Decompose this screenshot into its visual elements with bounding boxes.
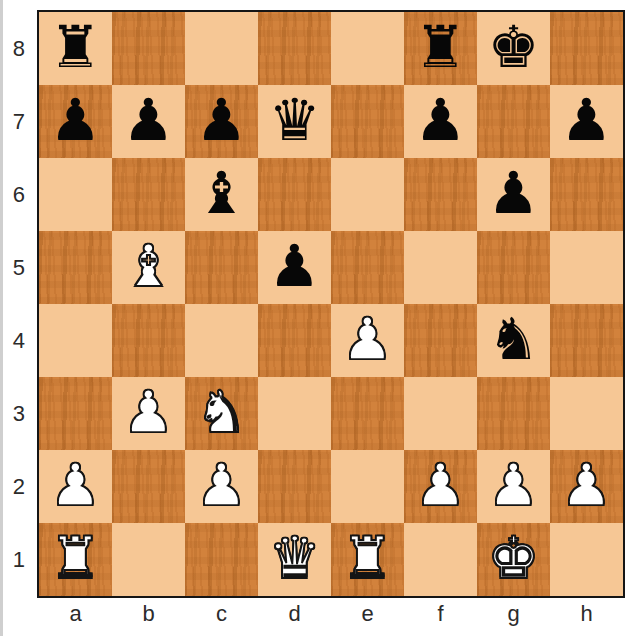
chess-board: ♜♜♚♟♟♟♛♟♟♝♟♝♟♟♞♟♞♟♟♟♟♟♜♛♜♚ — [37, 10, 625, 598]
square-c1[interactable] — [185, 523, 258, 596]
square-b7[interactable]: ♟ — [112, 85, 185, 158]
square-d5[interactable]: ♟ — [258, 231, 331, 304]
square-a3[interactable] — [39, 377, 112, 450]
square-b3[interactable]: ♟ — [112, 377, 185, 450]
piece-black-pawn[interactable]: ♟ — [196, 91, 248, 149]
square-b1[interactable] — [112, 523, 185, 596]
piece-white-pawn[interactable]: ♟ — [342, 310, 394, 368]
rank-label-1: 1 — [0, 523, 34, 596]
square-f6[interactable] — [404, 158, 477, 231]
piece-black-pawn[interactable]: ♟ — [123, 91, 175, 149]
piece-black-pawn[interactable]: ♟ — [50, 91, 102, 149]
file-label-e: e — [331, 601, 404, 633]
piece-white-pawn[interactable]: ♟ — [488, 456, 540, 514]
square-g8[interactable]: ♚ — [477, 12, 550, 85]
piece-white-bishop[interactable]: ♝ — [123, 237, 175, 295]
square-f1[interactable] — [404, 523, 477, 596]
square-e2[interactable] — [331, 450, 404, 523]
square-g7[interactable] — [477, 85, 550, 158]
square-h4[interactable] — [550, 304, 623, 377]
piece-white-king[interactable]: ♚ — [488, 529, 540, 587]
piece-black-knight[interactable]: ♞ — [488, 310, 540, 368]
file-label-h: h — [550, 601, 623, 633]
rank-label-2: 2 — [0, 450, 34, 523]
square-c3[interactable]: ♞ — [185, 377, 258, 450]
piece-black-king[interactable]: ♚ — [488, 18, 540, 76]
square-c5[interactable] — [185, 231, 258, 304]
piece-white-rook[interactable]: ♜ — [342, 529, 394, 587]
square-a5[interactable] — [39, 231, 112, 304]
file-label-c: c — [185, 601, 258, 633]
piece-white-knight[interactable]: ♞ — [196, 383, 248, 441]
file-label-b: b — [112, 601, 185, 633]
piece-black-bishop[interactable]: ♝ — [196, 164, 248, 222]
square-a6[interactable] — [39, 158, 112, 231]
square-c7[interactable]: ♟ — [185, 85, 258, 158]
square-c2[interactable]: ♟ — [185, 450, 258, 523]
square-h5[interactable] — [550, 231, 623, 304]
square-e1[interactable]: ♜ — [331, 523, 404, 596]
square-h6[interactable] — [550, 158, 623, 231]
piece-black-queen[interactable]: ♛ — [269, 91, 321, 149]
piece-white-rook[interactable]: ♜ — [50, 529, 102, 587]
square-d8[interactable] — [258, 12, 331, 85]
square-f5[interactable] — [404, 231, 477, 304]
rank-label-7: 7 — [0, 85, 34, 158]
square-d6[interactable] — [258, 158, 331, 231]
square-a2[interactable]: ♟ — [39, 450, 112, 523]
square-c6[interactable]: ♝ — [185, 158, 258, 231]
square-a8[interactable]: ♜ — [39, 12, 112, 85]
square-d2[interactable] — [258, 450, 331, 523]
file-label-f: f — [404, 601, 477, 633]
square-f7[interactable]: ♟ — [404, 85, 477, 158]
square-h7[interactable]: ♟ — [550, 85, 623, 158]
square-b6[interactable] — [112, 158, 185, 231]
square-d7[interactable]: ♛ — [258, 85, 331, 158]
piece-white-queen[interactable]: ♛ — [269, 529, 321, 587]
square-a7[interactable]: ♟ — [39, 85, 112, 158]
square-e8[interactable] — [331, 12, 404, 85]
piece-black-pawn[interactable]: ♟ — [488, 164, 540, 222]
rank-label-6: 6 — [0, 158, 34, 231]
piece-black-pawn[interactable]: ♟ — [269, 237, 321, 295]
square-f8[interactable]: ♜ — [404, 12, 477, 85]
square-d4[interactable] — [258, 304, 331, 377]
piece-white-pawn[interactable]: ♟ — [561, 456, 613, 514]
square-e5[interactable] — [331, 231, 404, 304]
square-g3[interactable] — [477, 377, 550, 450]
rank-labels: 87654321 — [0, 12, 34, 596]
square-b8[interactable] — [112, 12, 185, 85]
file-label-a: a — [39, 601, 112, 633]
square-a4[interactable] — [39, 304, 112, 377]
square-h3[interactable] — [550, 377, 623, 450]
square-h1[interactable] — [550, 523, 623, 596]
square-h2[interactable]: ♟ — [550, 450, 623, 523]
square-b2[interactable] — [112, 450, 185, 523]
square-f4[interactable] — [404, 304, 477, 377]
square-e6[interactable] — [331, 158, 404, 231]
piece-white-pawn[interactable]: ♟ — [123, 383, 175, 441]
rank-label-5: 5 — [0, 231, 34, 304]
piece-black-rook[interactable]: ♜ — [415, 18, 467, 76]
square-c4[interactable] — [185, 304, 258, 377]
piece-black-pawn[interactable]: ♟ — [561, 91, 613, 149]
piece-black-pawn[interactable]: ♟ — [415, 91, 467, 149]
square-e7[interactable] — [331, 85, 404, 158]
rank-label-8: 8 — [0, 12, 34, 85]
chess-diagram-page: 87654321 ♜♜♚♟♟♟♛♟♟♝♟♝♟♟♞♟♞♟♟♟♟♟♜♛♜♚ abcd… — [0, 0, 636, 636]
square-g4[interactable]: ♞ — [477, 304, 550, 377]
square-d3[interactable] — [258, 377, 331, 450]
square-g2[interactable]: ♟ — [477, 450, 550, 523]
square-b4[interactable] — [112, 304, 185, 377]
square-b5[interactable]: ♝ — [112, 231, 185, 304]
file-label-d: d — [258, 601, 331, 633]
file-label-g: g — [477, 601, 550, 633]
square-h8[interactable] — [550, 12, 623, 85]
piece-white-pawn[interactable]: ♟ — [50, 456, 102, 514]
square-f3[interactable] — [404, 377, 477, 450]
piece-white-pawn[interactable]: ♟ — [415, 456, 467, 514]
square-g6[interactable]: ♟ — [477, 158, 550, 231]
square-a1[interactable]: ♜ — [39, 523, 112, 596]
square-e3[interactable] — [331, 377, 404, 450]
piece-white-pawn[interactable]: ♟ — [196, 456, 248, 514]
square-e4[interactable]: ♟ — [331, 304, 404, 377]
square-g1[interactable]: ♚ — [477, 523, 550, 596]
square-d1[interactable]: ♛ — [258, 523, 331, 596]
square-f2[interactable]: ♟ — [404, 450, 477, 523]
rank-label-3: 3 — [0, 377, 34, 450]
square-c8[interactable] — [185, 12, 258, 85]
square-g5[interactable] — [477, 231, 550, 304]
file-labels: abcdefgh — [39, 601, 623, 633]
rank-label-4: 4 — [0, 304, 34, 377]
piece-black-rook[interactable]: ♜ — [50, 18, 102, 76]
